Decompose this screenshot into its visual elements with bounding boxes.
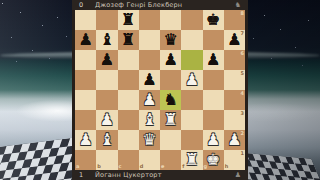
top-player-name: Джозеф Генрі Блекберн: [95, 0, 182, 10]
square-g8[interactable]: ♚: [203, 10, 224, 30]
square-a7[interactable]: ♟: [75, 30, 96, 50]
black-bishop[interactable]: ♝: [96, 30, 117, 50]
square-e5[interactable]: [160, 70, 181, 90]
square-e7[interactable]: ♛: [160, 30, 181, 50]
square-b4[interactable]: [96, 90, 117, 110]
square-c1[interactable]: c: [118, 150, 139, 170]
file-label-c: c: [119, 164, 122, 169]
bottom-player-score: 1: [79, 170, 83, 180]
black-king[interactable]: ♚: [203, 10, 224, 30]
square-f4[interactable]: [181, 90, 202, 110]
black-piece-icon: ♞: [235, 0, 241, 10]
square-e8[interactable]: [160, 10, 181, 30]
white-pawn[interactable]: ♟: [139, 90, 160, 110]
square-f1[interactable]: f♜: [181, 150, 202, 170]
top-player-bar: 0 Джозеф Генрі Блекберн ♞: [72, 0, 248, 10]
square-d5[interactable]: ♟: [139, 70, 160, 90]
black-pawn[interactable]: ♟: [160, 50, 181, 70]
square-g1[interactable]: g♚: [203, 150, 224, 170]
white-piece-icon: ♟: [235, 170, 241, 180]
square-h7[interactable]: 7♟: [224, 30, 245, 50]
square-g3[interactable]: [203, 110, 224, 130]
square-a4[interactable]: [75, 90, 96, 110]
rank-label-7: 7: [241, 31, 244, 36]
black-queen[interactable]: ♛: [160, 30, 181, 50]
black-rook[interactable]: ♜: [118, 10, 139, 30]
file-label-e: e: [161, 164, 164, 169]
square-a6[interactable]: [75, 50, 96, 70]
square-h6[interactable]: 6: [224, 50, 245, 70]
square-e4[interactable]: ♞: [160, 90, 181, 110]
black-pawn[interactable]: ♟: [224, 30, 245, 50]
square-b1[interactable]: b: [96, 150, 117, 170]
square-b3[interactable]: ♟: [96, 110, 117, 130]
file-label-h: h: [225, 164, 229, 169]
bottom-player-bar: 1 Йоганн Цукерторт ♟: [72, 170, 248, 180]
square-h8[interactable]: 8: [224, 10, 245, 30]
white-bishop[interactable]: ♝: [96, 130, 117, 150]
square-b2[interactable]: ♝: [96, 130, 117, 150]
chess-app-window: 0 Джозеф Генрі Блекберн ♞ ♜♚8♟♝♜♛7♟♟♟♟6♟…: [72, 0, 248, 180]
square-d8[interactable]: [139, 10, 160, 30]
rank-label-6: 6: [241, 51, 244, 56]
square-c6[interactable]: [118, 50, 139, 70]
square-h1[interactable]: h1: [224, 150, 245, 170]
white-queen[interactable]: ♛: [139, 130, 160, 150]
file-label-b: b: [97, 164, 101, 169]
white-pawn[interactable]: ♟: [96, 110, 117, 130]
square-c8[interactable]: ♜: [118, 10, 139, 30]
rank-label-2: 2: [241, 131, 244, 136]
square-c4[interactable]: [118, 90, 139, 110]
square-g5[interactable]: [203, 70, 224, 90]
square-c2[interactable]: [118, 130, 139, 150]
white-bishop[interactable]: ♝: [139, 110, 160, 130]
rank-label-5: 5: [241, 71, 244, 76]
white-pawn[interactable]: ♟: [75, 130, 96, 150]
rank-label-1: 1: [241, 151, 244, 156]
square-c3[interactable]: [118, 110, 139, 130]
black-rook[interactable]: ♜: [118, 30, 139, 50]
square-a3[interactable]: [75, 110, 96, 130]
square-g4[interactable]: [203, 90, 224, 110]
square-f3[interactable]: [181, 110, 202, 130]
square-b7[interactable]: ♝: [96, 30, 117, 50]
square-a2[interactable]: ♟: [75, 130, 96, 150]
square-d1[interactable]: d: [139, 150, 160, 170]
square-d2[interactable]: ♛: [139, 130, 160, 150]
black-pawn[interactable]: ♟: [139, 70, 160, 90]
square-f7[interactable]: [181, 30, 202, 50]
square-a1[interactable]: a: [75, 150, 96, 170]
square-d6[interactable]: [139, 50, 160, 70]
file-label-f: f: [182, 164, 184, 169]
square-b8[interactable]: [96, 10, 117, 30]
square-c7[interactable]: ♜: [118, 30, 139, 50]
chess-board: ♜♚8♟♝♜♛7♟♟♟♟6♟♟5♟♞4♟♝♜3♟♝♛♟2♟abcdef♜g♚h1: [75, 10, 245, 170]
white-rook[interactable]: ♜: [181, 150, 202, 170]
rank-label-3: 3: [241, 111, 244, 116]
square-e6[interactable]: ♟: [160, 50, 181, 70]
square-g6[interactable]: ♟: [203, 50, 224, 70]
square-a5[interactable]: [75, 70, 96, 90]
square-b6[interactable]: ♟: [96, 50, 117, 70]
square-e3[interactable]: ♜: [160, 110, 181, 130]
top-player-score: 0: [79, 0, 83, 10]
bottom-player-name: Йоганн Цукерторт: [95, 170, 162, 180]
square-d7[interactable]: [139, 30, 160, 50]
square-h4[interactable]: 4: [224, 90, 245, 110]
white-rook[interactable]: ♜: [160, 110, 181, 130]
square-d4[interactable]: ♟: [139, 90, 160, 110]
black-pawn[interactable]: ♟: [203, 50, 224, 70]
square-b5[interactable]: [96, 70, 117, 90]
square-d3[interactable]: ♝: [139, 110, 160, 130]
black-pawn[interactable]: ♟: [96, 50, 117, 70]
rank-label-8: 8: [241, 11, 244, 16]
black-pawn[interactable]: ♟: [75, 30, 96, 50]
rank-label-4: 4: [241, 91, 244, 96]
white-king[interactable]: ♚: [203, 150, 224, 170]
white-pawn[interactable]: ♟: [203, 130, 224, 150]
file-label-a: a: [76, 164, 79, 169]
square-h2[interactable]: 2♟: [224, 130, 245, 150]
square-e1[interactable]: e: [160, 150, 181, 170]
square-c5[interactable]: [118, 70, 139, 90]
square-f8[interactable]: [181, 10, 202, 30]
square-h5[interactable]: 5: [224, 70, 245, 90]
file-label-g: g: [204, 164, 208, 169]
square-g2[interactable]: ♟: [203, 130, 224, 150]
square-f2[interactable]: [181, 130, 202, 150]
square-a8[interactable]: [75, 10, 96, 30]
screen: 0 Джозеф Генрі Блекберн ♞ ♜♚8♟♝♜♛7♟♟♟♟6♟…: [0, 0, 320, 180]
square-f6[interactable]: [181, 50, 202, 70]
square-e2[interactable]: [160, 130, 181, 150]
square-f5[interactable]: ♟: [181, 70, 202, 90]
white-pawn[interactable]: ♟: [224, 130, 245, 150]
black-knight[interactable]: ♞: [160, 90, 181, 110]
square-h3[interactable]: 3: [224, 110, 245, 130]
white-pawn[interactable]: ♟: [181, 70, 202, 90]
square-g7[interactable]: [203, 30, 224, 50]
file-label-d: d: [140, 164, 144, 169]
